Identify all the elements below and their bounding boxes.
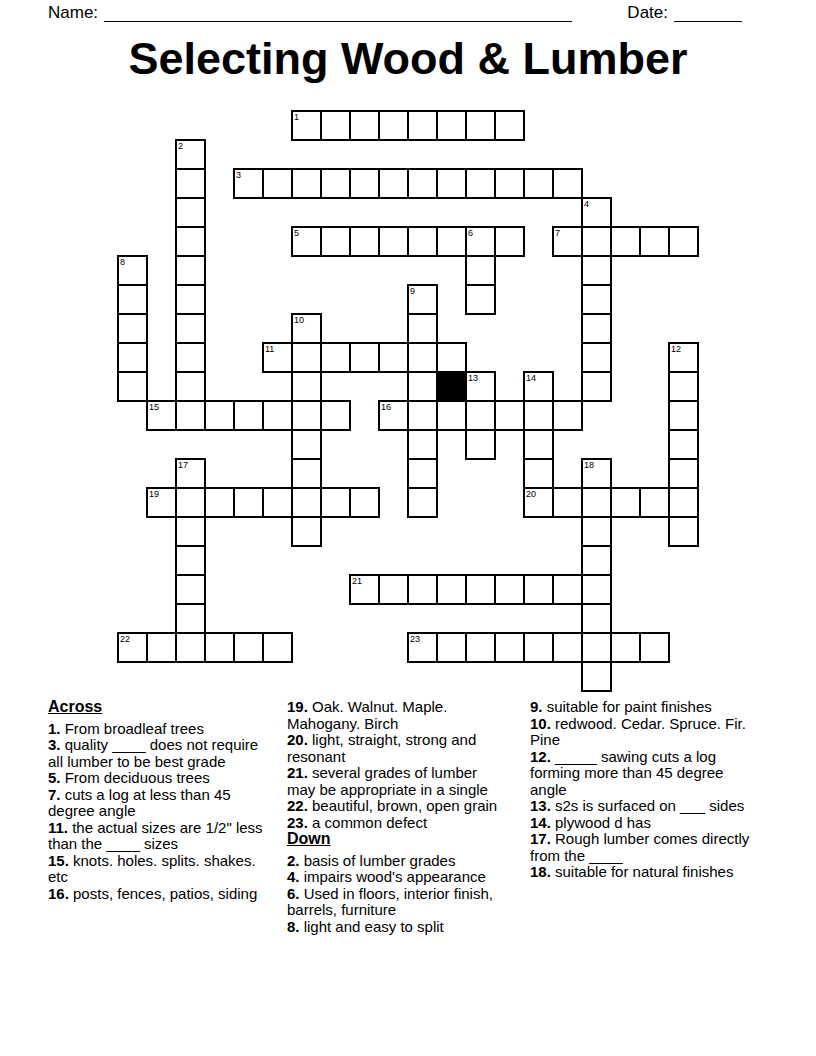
grid-cell[interactable]	[523, 574, 554, 605]
grid-cell[interactable]	[581, 603, 612, 634]
clue-16: 16. posts, fences, patios, siding	[48, 886, 263, 903]
clue-7: 7. cuts a log at less than 45 degree ang…	[48, 787, 263, 820]
worksheet-page: { "page": { "name_label": "Name:", "date…	[0, 0, 816, 1056]
grid-cell[interactable]	[262, 168, 293, 199]
clue-number-label: 11.	[48, 819, 68, 836]
clue-text: plywood d has	[551, 814, 651, 831]
clue-number-label: 2.	[287, 852, 300, 869]
clue-number-label: 7.	[48, 786, 61, 803]
clue-text: quality ____ does not require all lumber…	[48, 736, 258, 770]
grid-cell[interactable]	[262, 487, 293, 518]
grid-cell[interactable]	[581, 545, 612, 576]
grid-cell[interactable]	[320, 168, 351, 199]
clue-6: 6. Used in floors, interior finish, barr…	[287, 886, 509, 919]
grid-cell[interactable]	[175, 545, 206, 576]
cell-number: 23	[410, 635, 420, 644]
date-label: Date:	[627, 3, 668, 22]
clue-text: basis of lumber grades	[300, 852, 456, 869]
grid-cell[interactable]	[378, 574, 409, 605]
clue-number-label: 17.	[530, 830, 551, 847]
clue-number-label: 9.	[530, 698, 543, 715]
cell-number: 11	[265, 345, 274, 354]
clue-number-label: 19.	[287, 698, 308, 715]
grid-cell[interactable]	[291, 429, 322, 460]
crossword-board: 1234567891011121314151617181920212223	[117, 110, 701, 694]
clue-number-label: 22.	[287, 797, 308, 814]
grid-cell[interactable]	[668, 226, 699, 257]
clue-text: beautiful, brown, open grain	[308, 797, 497, 814]
grid-cell[interactable]	[378, 342, 409, 373]
grid-cell[interactable]	[117, 371, 148, 402]
clue-10: 10. redwood. Cedar. Spruce. Fir. Pine	[530, 716, 750, 749]
grid-cell[interactable]	[407, 226, 438, 257]
clue-number-label: 16.	[48, 885, 69, 902]
grid-cell[interactable]	[378, 226, 409, 257]
grid-cell[interactable]	[291, 487, 322, 518]
clue-text: Oak. Walnut. Maple. Mahogany. Birch	[287, 698, 447, 732]
grid-cell[interactable]	[407, 168, 438, 199]
grid-cell[interactable]	[465, 400, 496, 431]
grid-cell[interactable]	[291, 371, 322, 402]
grid-cell[interactable]	[668, 458, 699, 489]
cell-number: 7	[555, 229, 560, 238]
grid-cell[interactable]	[552, 574, 583, 605]
grid-cell[interactable]	[117, 342, 148, 373]
grid-cell[interactable]	[233, 632, 264, 663]
clue-4: 4. impairs wood's appearance	[287, 869, 509, 886]
cell-number: 18	[584, 461, 594, 470]
clue-number-label: 23.	[287, 814, 308, 831]
grid-cell[interactable]	[523, 168, 554, 199]
grid-cell[interactable]	[465, 255, 496, 286]
grid-cell[interactable]	[349, 226, 380, 257]
grid-cell[interactable]	[581, 632, 612, 663]
grid-cell[interactable]	[175, 284, 206, 315]
clue-text: impairs wood's appearance	[300, 868, 486, 885]
grid-cell[interactable]	[117, 313, 148, 344]
clue-9: 9. suitable for paint finishes	[530, 699, 750, 716]
grid-cell[interactable]	[407, 429, 438, 460]
grid-cell[interactable]	[320, 487, 351, 518]
grid-cell[interactable]	[494, 226, 525, 257]
grid-cell[interactable]	[320, 400, 351, 431]
clue-12: 12. _____ sawing cuts a log forming more…	[530, 749, 750, 799]
grid-cell[interactable]	[407, 574, 438, 605]
grid-cell[interactable]	[523, 632, 554, 663]
grid-cell[interactable]	[204, 632, 235, 663]
grid-cell[interactable]	[436, 632, 467, 663]
grid-cell[interactable]	[291, 400, 322, 431]
cell-number: 21	[352, 577, 362, 586]
clue-14: 14. plywood d has	[530, 815, 750, 832]
clue-17: 17. Rough lumber comes directly from the…	[530, 831, 750, 864]
grid-cell[interactable]	[465, 110, 496, 141]
clue-text: Rough lumber comes directly from the ___…	[530, 830, 749, 864]
clue-number-label: 15.	[48, 852, 69, 869]
clue-1: 1. From broadleaf trees	[48, 721, 263, 738]
grid-cell[interactable]	[581, 342, 612, 373]
grid-cell[interactable]	[465, 168, 496, 199]
cell-number: 14	[526, 374, 536, 383]
clue-section-header: Down	[287, 831, 509, 848]
grid-cell[interactable]	[407, 342, 438, 373]
grid-cell[interactable]	[378, 168, 409, 199]
grid-cell[interactable]	[262, 632, 293, 663]
grid-cell[interactable]	[494, 168, 525, 199]
clue-text: _____ sawing cuts a log forming more tha…	[530, 748, 723, 798]
clue-text: posts, fences, patios, siding	[69, 885, 257, 902]
clue-text: light and easy to split	[300, 918, 444, 935]
grid-cell[interactable]	[552, 487, 583, 518]
grid-cell[interactable]	[407, 458, 438, 489]
grid-cell[interactable]	[668, 516, 699, 547]
date-input-line[interactable]	[674, 5, 742, 22]
grid-cell[interactable]	[233, 487, 264, 518]
cell-number: 5	[294, 229, 299, 238]
grid-cell[interactable]	[523, 458, 554, 489]
grid-cell[interactable]	[349, 487, 380, 518]
clue-section-header: Across	[48, 699, 263, 716]
grid-cell[interactable]	[668, 429, 699, 460]
grid-cell[interactable]	[552, 632, 583, 663]
cell-number: 10	[294, 316, 304, 325]
clue-number-label: 20.	[287, 731, 308, 748]
grid-cell[interactable]	[175, 603, 206, 634]
grid-cell[interactable]	[349, 110, 380, 141]
grid-cell[interactable]	[175, 632, 206, 663]
clue-5: 5. From deciduous trees	[48, 770, 263, 787]
grid-cell[interactable]	[175, 226, 206, 257]
clue-text: light, straight, strong and resonant	[287, 731, 476, 765]
clue-number-label: 1.	[48, 720, 61, 737]
grid-cell[interactable]	[581, 371, 612, 402]
grid-cell[interactable]	[552, 400, 583, 431]
cell-number: 1	[294, 113, 299, 122]
grid-cell[interactable]	[117, 284, 148, 315]
grid-cell[interactable]	[436, 574, 467, 605]
cell-number: 20	[526, 490, 536, 499]
grid-cell[interactable]	[407, 400, 438, 431]
cell-number: 3	[236, 171, 241, 180]
clue-11: 11. the actual sizes are 1/2" less than …	[48, 820, 263, 853]
clue-text: redwood. Cedar. Spruce. Fir. Pine	[530, 715, 746, 749]
grid-cell[interactable]	[291, 342, 322, 373]
grid-cell[interactable]	[349, 342, 380, 373]
clue-21: 21. several grades of lumber may be appr…	[287, 765, 509, 798]
grid-cell[interactable]	[320, 110, 351, 141]
page-title: Selecting Wood & Lumber	[0, 30, 816, 88]
grid-cell[interactable]	[494, 632, 525, 663]
clue-number-label: 8.	[287, 918, 300, 935]
grid-cell[interactable]	[436, 400, 467, 431]
name-input-line[interactable]	[104, 5, 572, 22]
clue-number-label: 14.	[530, 814, 551, 831]
name-label: Name:	[48, 3, 98, 22]
grid-cell[interactable]	[581, 487, 612, 518]
grid-cell[interactable]	[175, 400, 206, 431]
grid-cell[interactable]	[494, 400, 525, 431]
grid-cell[interactable]	[175, 371, 206, 402]
clue-15: 15. knots. holes. splits. shakes. etc	[48, 853, 263, 886]
grid-cell[interactable]	[407, 371, 438, 402]
grid-cell[interactable]	[581, 226, 612, 257]
cell-number: 17	[178, 461, 188, 470]
clue-number-label: 3.	[48, 736, 61, 753]
blocked-cell	[436, 371, 467, 402]
grid-cell[interactable]	[581, 516, 612, 547]
clue-text: several grades of lumber may be appropri…	[287, 764, 488, 798]
grid-cell[interactable]	[175, 168, 206, 199]
grid-cell[interactable]	[581, 574, 612, 605]
grid-cell[interactable]	[523, 400, 554, 431]
grid-cell[interactable]	[407, 313, 438, 344]
clue-19: 19. Oak. Walnut. Maple. Mahogany. Birch	[287, 699, 509, 732]
grid-cell[interactable]	[175, 487, 206, 518]
grid-cell[interactable]	[668, 400, 699, 431]
clue-text: From deciduous trees	[61, 769, 210, 786]
clue-text: Used in floors, interior finish, barrels…	[287, 885, 493, 919]
grid-cell[interactable]	[436, 226, 467, 257]
clue-13: 13. s2s is surfaced on ___ sides	[530, 798, 750, 815]
clue-2: 2. basis of lumber grades	[287, 853, 509, 870]
grid-cell[interactable]	[552, 168, 583, 199]
grid-cell[interactable]	[465, 284, 496, 315]
clue-number-label: 12.	[530, 748, 551, 765]
grid-cell[interactable]	[639, 226, 670, 257]
grid-cell[interactable]	[523, 429, 554, 460]
clue-text: suitable for natural finishes	[551, 863, 734, 880]
grid-cell[interactable]	[610, 487, 641, 518]
clue-text: suitable for paint finishes	[543, 698, 712, 715]
grid-cell[interactable]	[291, 516, 322, 547]
cell-number: 8	[120, 258, 125, 267]
clue-3: 3. quality ____ does not require all lum…	[48, 737, 263, 770]
grid-cell[interactable]	[610, 632, 641, 663]
grid-cell[interactable]	[639, 632, 670, 663]
grid-cell[interactable]	[175, 313, 206, 344]
clue-18: 18. suitable for natural finishes	[530, 864, 750, 881]
clue-text: the actual sizes are 1/2" less than the …	[48, 819, 263, 853]
grid-cell[interactable]	[320, 226, 351, 257]
clue-number-label: 4.	[287, 868, 300, 885]
grid-cell[interactable]	[146, 632, 177, 663]
clue-number-label: 21.	[287, 764, 308, 781]
grid-cell[interactable]	[668, 487, 699, 518]
grid-cell[interactable]	[407, 110, 438, 141]
cell-number: 15	[149, 403, 159, 412]
grid-cell[interactable]	[320, 342, 351, 373]
grid-cell[interactable]	[465, 429, 496, 460]
clue-number-label: 10.	[530, 715, 551, 732]
clue-number-label: 6.	[287, 885, 300, 902]
cell-number: 9	[410, 287, 415, 296]
clue-text: knots. holes. splits. shakes. etc	[48, 852, 256, 886]
grid-cell[interactable]	[233, 400, 264, 431]
grid-cell[interactable]	[436, 110, 467, 141]
grid-cell[interactable]	[349, 168, 380, 199]
grid-cell[interactable]	[581, 313, 612, 344]
clue-20: 20. light, straight, strong and resonant	[287, 732, 509, 765]
cell-number: 12	[671, 345, 681, 354]
clue-23: 23. a common defect	[287, 815, 509, 832]
grid-cell[interactable]	[465, 632, 496, 663]
clue-text: cuts a log at less than 45 degree angle	[48, 786, 231, 820]
grid-cell[interactable]	[436, 168, 467, 199]
grid-cell[interactable]	[581, 661, 612, 692]
grid-cell[interactable]	[291, 168, 322, 199]
grid-cell[interactable]	[175, 574, 206, 605]
clue-8: 8. light and easy to split	[287, 919, 509, 936]
cell-number: 2	[178, 142, 183, 151]
cell-number: 22	[120, 635, 130, 644]
cell-number: 19	[149, 490, 159, 499]
grid-cell[interactable]	[262, 400, 293, 431]
grid-cell[interactable]	[204, 400, 235, 431]
grid-cell[interactable]	[465, 574, 496, 605]
clue-column-3: 9. suitable for paint finishes10. redwoo…	[530, 699, 750, 881]
grid-cell[interactable]	[204, 487, 235, 518]
grid-cell[interactable]	[436, 342, 467, 373]
grid-cell[interactable]	[378, 110, 409, 141]
grid-cell[interactable]	[668, 371, 699, 402]
grid-cell[interactable]	[581, 284, 612, 315]
clue-column-1: Across1. From broadleaf trees3. quality …	[48, 699, 263, 902]
clue-column-2: 19. Oak. Walnut. Maple. Mahogany. Birch2…	[287, 699, 509, 935]
grid-cell[interactable]	[639, 487, 670, 518]
clue-number-label: 5.	[48, 769, 61, 786]
grid-cell[interactable]	[494, 574, 525, 605]
cell-number: 16	[381, 403, 391, 412]
grid-cell[interactable]	[175, 516, 206, 547]
clue-text: From broadleaf trees	[61, 720, 204, 737]
cell-number: 6	[468, 229, 473, 238]
grid-cell[interactable]	[175, 197, 206, 228]
grid-cell[interactable]	[291, 458, 322, 489]
grid-cell[interactable]	[175, 255, 206, 286]
grid-cell[interactable]	[494, 110, 525, 141]
clue-number-label: 13.	[530, 797, 551, 814]
grid-cell[interactable]	[610, 226, 641, 257]
grid-cell[interactable]	[407, 487, 438, 518]
clue-22: 22. beautiful, brown, open grain	[287, 798, 509, 815]
cell-number: 4	[584, 200, 589, 209]
clue-number-label: 18.	[530, 863, 551, 880]
grid-cell[interactable]	[581, 255, 612, 286]
clue-text: a common defect	[308, 814, 427, 831]
grid-cell[interactable]	[175, 342, 206, 373]
header-bar: Name: Date:	[48, 2, 742, 22]
cell-number: 13	[468, 374, 478, 383]
clue-text: s2s is surfaced on ___ sides	[551, 797, 744, 814]
